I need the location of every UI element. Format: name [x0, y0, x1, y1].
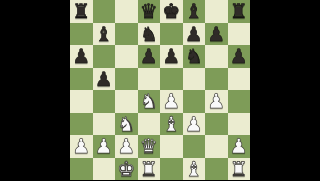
square-f5[interactable]	[183, 68, 206, 91]
square-h6[interactable]: ♟	[228, 45, 251, 68]
piece-white-pawn-a2[interactable]: ♟	[72, 135, 90, 158]
square-c6[interactable]	[115, 45, 138, 68]
square-d6[interactable]: ♟	[138, 45, 161, 68]
piece-black-king-e8[interactable]: ♚	[162, 0, 180, 23]
piece-white-pawn-g4[interactable]: ♟	[207, 90, 225, 113]
square-c5[interactable]	[115, 68, 138, 91]
piece-black-bishop-f8[interactable]: ♝	[185, 0, 203, 23]
square-a7[interactable]	[70, 23, 93, 46]
square-h2[interactable]: ♟	[228, 135, 251, 158]
piece-black-pawn-g7[interactable]: ♟	[207, 23, 225, 46]
piece-white-rook-d1[interactable]: ♜	[140, 158, 158, 181]
square-d7[interactable]: ♞	[138, 23, 161, 46]
square-b3[interactable]	[93, 113, 116, 136]
piece-black-pawn-b5[interactable]: ♟	[95, 68, 113, 91]
square-d4[interactable]: ♞	[138, 90, 161, 113]
piece-white-queen-d2[interactable]: ♛	[140, 135, 158, 158]
piece-white-bishop-e3[interactable]: ♝	[162, 113, 180, 136]
square-d3[interactable]	[138, 113, 161, 136]
square-h7[interactable]	[228, 23, 251, 46]
piece-black-pawn-f7[interactable]: ♟	[185, 23, 203, 46]
square-f8[interactable]: ♝	[183, 0, 206, 23]
square-d5[interactable]	[138, 68, 161, 91]
square-d8[interactable]: ♛	[138, 0, 161, 23]
square-f3[interactable]: ♟	[183, 113, 206, 136]
square-c4[interactable]	[115, 90, 138, 113]
piece-black-pawn-h6[interactable]: ♟	[230, 45, 248, 68]
square-h8[interactable]: ♜	[228, 0, 251, 23]
square-e1[interactable]	[160, 158, 183, 181]
square-e7[interactable]	[160, 23, 183, 46]
piece-white-rook-h1[interactable]: ♜	[230, 158, 248, 181]
square-g3[interactable]	[205, 113, 228, 136]
square-c8[interactable]	[115, 0, 138, 23]
piece-white-knight-c3[interactable]: ♞	[117, 113, 135, 136]
piece-white-king-c1[interactable]: ♚	[117, 158, 135, 181]
square-f7[interactable]: ♟	[183, 23, 206, 46]
chess-board: ♜♛♚♝♜♝♞♟♟♟♟♟♞♟♟♞♟♟♞♝♟♟♟♟♛♟♚♜♝♜	[70, 0, 250, 180]
square-b5[interactable]: ♟	[93, 68, 116, 91]
square-c1[interactable]: ♚	[115, 158, 138, 181]
square-e8[interactable]: ♚	[160, 0, 183, 23]
square-a1[interactable]	[70, 158, 93, 181]
square-e3[interactable]: ♝	[160, 113, 183, 136]
piece-black-knight-d7[interactable]: ♞	[140, 23, 158, 46]
square-f6[interactable]: ♞	[183, 45, 206, 68]
piece-white-pawn-b2[interactable]: ♟	[95, 135, 113, 158]
piece-black-knight-f6[interactable]: ♞	[185, 45, 203, 68]
square-h1[interactable]: ♜	[228, 158, 251, 181]
square-f1[interactable]: ♝	[183, 158, 206, 181]
square-e5[interactable]	[160, 68, 183, 91]
square-e2[interactable]	[160, 135, 183, 158]
square-d1[interactable]: ♜	[138, 158, 161, 181]
square-g5[interactable]	[205, 68, 228, 91]
square-b7[interactable]: ♝	[93, 23, 116, 46]
piece-black-queen-d8[interactable]: ♛	[140, 0, 158, 23]
square-d2[interactable]: ♛	[138, 135, 161, 158]
square-c7[interactable]	[115, 23, 138, 46]
piece-white-pawn-f3[interactable]: ♟	[185, 113, 203, 136]
square-f4[interactable]	[183, 90, 206, 113]
square-h5[interactable]	[228, 68, 251, 91]
square-a6[interactable]: ♟	[70, 45, 93, 68]
square-a8[interactable]: ♜	[70, 0, 93, 23]
square-a4[interactable]	[70, 90, 93, 113]
square-g2[interactable]	[205, 135, 228, 158]
square-b6[interactable]	[93, 45, 116, 68]
square-g4[interactable]: ♟	[205, 90, 228, 113]
piece-white-pawn-c2[interactable]: ♟	[117, 135, 135, 158]
square-g1[interactable]	[205, 158, 228, 181]
square-b2[interactable]: ♟	[93, 135, 116, 158]
square-g8[interactable]	[205, 0, 228, 23]
piece-black-pawn-a6[interactable]: ♟	[72, 45, 90, 68]
app-viewport: ♜♛♚♝♜♝♞♟♟♟♟♟♞♟♟♞♟♟♞♝♟♟♟♟♛♟♚♜♝♜	[0, 0, 320, 180]
square-g6[interactable]	[205, 45, 228, 68]
square-f2[interactable]	[183, 135, 206, 158]
square-g7[interactable]: ♟	[205, 23, 228, 46]
square-c3[interactable]: ♞	[115, 113, 138, 136]
piece-white-bishop-f1[interactable]: ♝	[185, 158, 203, 181]
square-b4[interactable]	[93, 90, 116, 113]
square-e6[interactable]: ♟	[160, 45, 183, 68]
piece-white-pawn-h2[interactable]: ♟	[230, 135, 248, 158]
piece-black-pawn-d6[interactable]: ♟	[140, 45, 158, 68]
square-a5[interactable]	[70, 68, 93, 91]
piece-black-rook-a8[interactable]: ♜	[72, 0, 90, 23]
square-e4[interactable]: ♟	[160, 90, 183, 113]
square-h3[interactable]	[228, 113, 251, 136]
square-b1[interactable]	[93, 158, 116, 181]
square-h4[interactable]	[228, 90, 251, 113]
square-b8[interactable]	[93, 0, 116, 23]
square-a2[interactable]: ♟	[70, 135, 93, 158]
square-c2[interactable]: ♟	[115, 135, 138, 158]
piece-black-pawn-e6[interactable]: ♟	[162, 45, 180, 68]
square-a3[interactable]	[70, 113, 93, 136]
piece-white-pawn-e4[interactable]: ♟	[162, 90, 180, 113]
piece-black-rook-h8[interactable]: ♜	[230, 0, 248, 23]
piece-black-bishop-b7[interactable]: ♝	[95, 23, 113, 46]
piece-white-knight-d4[interactable]: ♞	[140, 90, 158, 113]
